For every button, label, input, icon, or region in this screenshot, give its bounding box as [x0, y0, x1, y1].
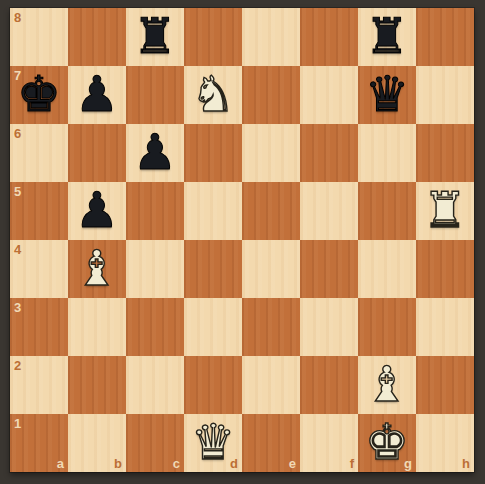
square-e2[interactable]	[242, 356, 300, 414]
square-h8[interactable]	[416, 8, 474, 66]
square-g3[interactable]	[358, 298, 416, 356]
square-g1[interactable]: g♚	[358, 414, 416, 472]
square-a3[interactable]: 3	[10, 298, 68, 356]
square-g5[interactable]	[358, 182, 416, 240]
square-e1[interactable]: e	[242, 414, 300, 472]
square-f1[interactable]: f	[300, 414, 358, 472]
square-a8[interactable]: 8	[10, 8, 68, 66]
square-g8[interactable]: ♜	[358, 8, 416, 66]
square-g2[interactable]: ♝	[358, 356, 416, 414]
piece-black-pawn[interactable]: ♟	[75, 182, 119, 240]
square-e5[interactable]	[242, 182, 300, 240]
square-f6[interactable]	[300, 124, 358, 182]
square-d1[interactable]: d♛	[184, 414, 242, 472]
square-g6[interactable]	[358, 124, 416, 182]
chess-board: 8♜♜7♚♟♞♛6♟5♟♜4♝32♝1abcd♛efg♚h	[10, 8, 474, 472]
square-e3[interactable]	[242, 298, 300, 356]
square-d2[interactable]	[184, 356, 242, 414]
square-d4[interactable]	[184, 240, 242, 298]
square-f4[interactable]	[300, 240, 358, 298]
square-f8[interactable]	[300, 8, 358, 66]
square-d8[interactable]	[184, 8, 242, 66]
square-b8[interactable]	[68, 8, 126, 66]
square-a5[interactable]: 5	[10, 182, 68, 240]
square-d5[interactable]	[184, 182, 242, 240]
square-h1[interactable]: h	[416, 414, 474, 472]
square-a1[interactable]: 1a	[10, 414, 68, 472]
square-e7[interactable]	[242, 66, 300, 124]
square-e4[interactable]	[242, 240, 300, 298]
rank-label-3: 3	[14, 301, 21, 314]
square-c1[interactable]: c	[126, 414, 184, 472]
square-g7[interactable]: ♛	[358, 66, 416, 124]
chess-app-window: 8♜♜7♚♟♞♛6♟5♟♜4♝32♝1abcd♛efg♚h	[0, 0, 485, 484]
piece-white-knight[interactable]: ♞	[191, 66, 235, 124]
piece-black-rook[interactable]: ♜	[133, 8, 177, 66]
square-c3[interactable]	[126, 298, 184, 356]
piece-white-bishop[interactable]: ♝	[365, 356, 409, 414]
rank-label-4: 4	[14, 243, 21, 256]
square-g4[interactable]	[358, 240, 416, 298]
rank-label-8: 8	[14, 11, 21, 24]
square-h4[interactable]	[416, 240, 474, 298]
file-label-h: h	[462, 457, 470, 470]
square-d6[interactable]	[184, 124, 242, 182]
square-c6[interactable]: ♟	[126, 124, 184, 182]
square-h5[interactable]: ♜	[416, 182, 474, 240]
rank-label-5: 5	[14, 185, 21, 198]
square-f5[interactable]	[300, 182, 358, 240]
square-b3[interactable]	[68, 298, 126, 356]
square-c7[interactable]	[126, 66, 184, 124]
file-label-f: f	[350, 457, 354, 470]
square-b6[interactable]	[68, 124, 126, 182]
piece-black-queen[interactable]: ♛	[365, 66, 409, 124]
piece-black-rook[interactable]: ♜	[365, 8, 409, 66]
piece-black-king[interactable]: ♚	[17, 66, 61, 124]
file-label-c: c	[173, 457, 180, 470]
rank-label-2: 2	[14, 359, 21, 372]
square-d7[interactable]: ♞	[184, 66, 242, 124]
square-d3[interactable]	[184, 298, 242, 356]
square-h2[interactable]	[416, 356, 474, 414]
square-c8[interactable]: ♜	[126, 8, 184, 66]
piece-white-king[interactable]: ♚	[365, 414, 409, 472]
square-c4[interactable]	[126, 240, 184, 298]
piece-black-pawn[interactable]: ♟	[133, 124, 177, 182]
piece-black-pawn[interactable]: ♟	[75, 66, 119, 124]
square-f3[interactable]	[300, 298, 358, 356]
square-f2[interactable]	[300, 356, 358, 414]
file-label-e: e	[289, 457, 296, 470]
piece-white-rook[interactable]: ♜	[423, 182, 467, 240]
square-c5[interactable]	[126, 182, 184, 240]
rank-label-6: 6	[14, 127, 21, 140]
square-b7[interactable]: ♟	[68, 66, 126, 124]
square-a6[interactable]: 6	[10, 124, 68, 182]
square-b4[interactable]: ♝	[68, 240, 126, 298]
square-b2[interactable]	[68, 356, 126, 414]
piece-white-queen[interactable]: ♛	[191, 414, 235, 472]
square-b1[interactable]: b	[68, 414, 126, 472]
file-label-a: a	[57, 457, 64, 470]
square-f7[interactable]	[300, 66, 358, 124]
square-h7[interactable]	[416, 66, 474, 124]
square-b5[interactable]: ♟	[68, 182, 126, 240]
square-a4[interactable]: 4	[10, 240, 68, 298]
square-c2[interactable]	[126, 356, 184, 414]
square-a2[interactable]: 2	[10, 356, 68, 414]
file-label-b: b	[114, 457, 122, 470]
square-h6[interactable]	[416, 124, 474, 182]
rank-label-1: 1	[14, 417, 21, 430]
piece-white-bishop[interactable]: ♝	[75, 240, 119, 298]
square-e6[interactable]	[242, 124, 300, 182]
square-h3[interactable]	[416, 298, 474, 356]
square-a7[interactable]: 7♚	[10, 66, 68, 124]
square-e8[interactable]	[242, 8, 300, 66]
